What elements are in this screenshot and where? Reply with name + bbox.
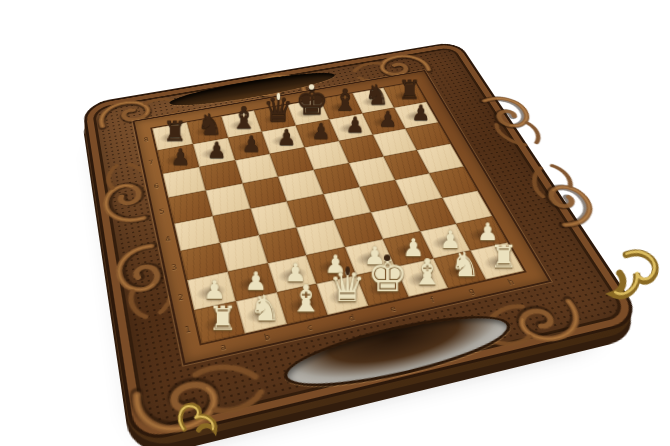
white-rook-a1: ♜ — [208, 302, 238, 335]
black-pawn-g7: ♟ — [379, 108, 398, 129]
black-knight-b8: ♞ — [197, 110, 223, 139]
black-pawn-f7: ♟ — [345, 114, 364, 135]
square-b5 — [205, 184, 250, 216]
file-label-a: a — [220, 343, 228, 352]
black-bishop-f8: ♝ — [331, 85, 358, 115]
rank-label-8: 8 — [143, 137, 149, 143]
black-pawn-a7: ♟ — [170, 146, 190, 168]
black-rook-a8: ♜ — [162, 118, 186, 145]
black-knight-g8: ♞ — [365, 81, 390, 109]
carved-case-top: ♜♞♝♛♚♝♞♜♟♟♟♟♟♟♟♟♟♟♟♟♟♟♟♟♜♞♝♛♚♝♞♜ abcdefg… — [82, 41, 645, 445]
rank-label-4: 4 — [165, 235, 172, 243]
black-pawn-b7: ♟ — [206, 139, 226, 161]
square-b6 — [199, 160, 242, 191]
file-label-d: d — [348, 314, 356, 323]
rank-label-7: 7 — [148, 159, 154, 165]
file-label-b: b — [263, 333, 271, 342]
black-pawn-d7: ♟ — [277, 127, 296, 149]
black-pawn-h7: ♟ — [411, 103, 430, 124]
rank-label-2: 2 — [177, 294, 184, 303]
chess-board: ♜♞♝♛♚♝♞♜♟♟♟♟♟♟♟♟♟♟♟♟♟♟♟♟♜♞♝♛♚♝♞♜ — [150, 81, 527, 346]
black-pawn-e7: ♟ — [311, 121, 330, 143]
carving-ornament — [469, 88, 556, 155]
carving-ornament — [518, 158, 609, 236]
file-label-h: h — [506, 278, 515, 286]
white-knight-b1: ♞ — [249, 291, 281, 326]
rank-label-3: 3 — [171, 264, 178, 272]
file-label-f: f — [429, 296, 435, 304]
black-queen-d8: ♛ — [263, 93, 293, 127]
white-king-e1: ♚ — [367, 253, 408, 298]
white-bishop-f1: ♝ — [411, 254, 444, 290]
file-label-e: e — [389, 305, 397, 314]
white-knight-g1: ♞ — [451, 248, 481, 282]
brass-clasp — [605, 239, 666, 309]
square-a1: ♜ — [194, 301, 244, 343]
black-king-e8: ♚ — [295, 83, 329, 120]
chess-case: ♜♞♝♛♚♝♞♜♟♟♟♟♟♟♟♟♟♟♟♟♟♟♟♟♜♞♝♛♚♝♞♜ abcdefg… — [82, 41, 645, 445]
rank-label-6: 6 — [153, 183, 159, 190]
black-pawn-c7: ♟ — [242, 133, 262, 155]
white-rook-h1: ♜ — [490, 242, 518, 273]
product-photo: ♜♞♝♛♚♝♞♜♟♟♟♟♟♟♟♟♟♟♟♟♟♟♟♟♜♞♝♛♚♝♞♜ abcdefg… — [0, 0, 670, 446]
black-bishop-c8: ♝ — [231, 102, 258, 133]
rank-label-5: 5 — [159, 209, 166, 216]
square-c5 — [242, 177, 287, 209]
file-label-g: g — [467, 287, 476, 295]
white-bishop-c1: ♝ — [290, 280, 323, 317]
square-e6 — [304, 141, 348, 170]
white-queen-d1: ♛ — [329, 266, 366, 307]
square-h7: ♟ — [394, 102, 438, 129]
square-a7: ♟ — [157, 144, 199, 173]
file-label-c: c — [306, 323, 314, 332]
black-rook-h8: ♜ — [398, 77, 421, 103]
square-c1: ♝ — [277, 284, 328, 324]
square-a3 — [180, 243, 227, 280]
rank-label-1: 1 — [184, 326, 192, 335]
